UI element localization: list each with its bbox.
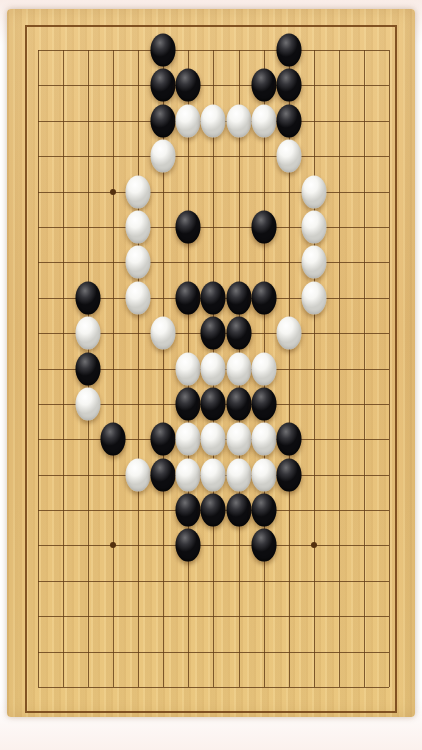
- white-stone[interactable]: [201, 458, 226, 491]
- white-stone[interactable]: [301, 281, 326, 314]
- black-stone[interactable]: [251, 210, 276, 243]
- white-stone[interactable]: [176, 458, 201, 491]
- white-stone[interactable]: [226, 352, 251, 385]
- black-stone[interactable]: [251, 529, 276, 562]
- white-stone[interactable]: [126, 458, 151, 491]
- white-stone[interactable]: [151, 317, 176, 350]
- black-stone[interactable]: [201, 317, 226, 350]
- black-stone[interactable]: [226, 494, 251, 527]
- white-stone[interactable]: [151, 140, 176, 173]
- black-stone[interactable]: [201, 494, 226, 527]
- black-stone[interactable]: [176, 69, 201, 102]
- grid-line-horizontal: [38, 581, 389, 582]
- grid-line-horizontal: [38, 616, 389, 617]
- go-board[interactable]: [7, 9, 415, 717]
- white-stone[interactable]: [251, 423, 276, 456]
- white-stone[interactable]: [226, 104, 251, 137]
- black-stone[interactable]: [226, 387, 251, 420]
- grid-line-horizontal: [38, 227, 389, 228]
- white-stone[interactable]: [226, 423, 251, 456]
- star-point: [110, 542, 116, 548]
- grid-line-horizontal: [38, 50, 389, 51]
- white-stone[interactable]: [76, 317, 101, 350]
- black-stone[interactable]: [151, 34, 176, 67]
- grid-line-horizontal: [38, 262, 389, 263]
- white-stone[interactable]: [126, 246, 151, 279]
- grid-line-horizontal: [38, 156, 389, 157]
- grid-line-horizontal: [38, 85, 389, 86]
- white-stone[interactable]: [301, 210, 326, 243]
- white-stone[interactable]: [226, 458, 251, 491]
- grid-line-vertical: [389, 50, 390, 687]
- black-stone[interactable]: [276, 104, 301, 137]
- white-stone[interactable]: [126, 281, 151, 314]
- white-stone[interactable]: [76, 387, 101, 420]
- black-stone[interactable]: [251, 387, 276, 420]
- black-stone[interactable]: [101, 423, 126, 456]
- grid-line-horizontal: [38, 687, 389, 688]
- white-stone[interactable]: [276, 317, 301, 350]
- white-stone[interactable]: [126, 210, 151, 243]
- white-stone[interactable]: [251, 352, 276, 385]
- black-stone[interactable]: [151, 423, 176, 456]
- black-stone[interactable]: [201, 387, 226, 420]
- black-stone[interactable]: [176, 494, 201, 527]
- black-stone[interactable]: [251, 494, 276, 527]
- white-stone[interactable]: [126, 175, 151, 208]
- white-stone[interactable]: [276, 140, 301, 173]
- white-stone[interactable]: [301, 175, 326, 208]
- black-stone[interactable]: [201, 281, 226, 314]
- white-stone[interactable]: [176, 352, 201, 385]
- black-stone[interactable]: [76, 281, 101, 314]
- page-background: { "game": "go", "board": { "columns": 15…: [0, 0, 422, 750]
- black-stone[interactable]: [226, 281, 251, 314]
- black-stone[interactable]: [151, 69, 176, 102]
- white-stone[interactable]: [176, 104, 201, 137]
- grid-line-horizontal: [38, 652, 389, 653]
- white-stone[interactable]: [201, 352, 226, 385]
- black-stone[interactable]: [276, 69, 301, 102]
- black-stone[interactable]: [176, 387, 201, 420]
- black-stone[interactable]: [151, 458, 176, 491]
- black-stone[interactable]: [276, 458, 301, 491]
- white-stone[interactable]: [251, 104, 276, 137]
- black-stone[interactable]: [176, 529, 201, 562]
- grid-line-horizontal: [38, 192, 389, 193]
- black-stone[interactable]: [176, 281, 201, 314]
- black-stone[interactable]: [76, 352, 101, 385]
- white-stone[interactable]: [301, 246, 326, 279]
- black-stone[interactable]: [226, 317, 251, 350]
- black-stone[interactable]: [176, 210, 201, 243]
- black-stone[interactable]: [251, 281, 276, 314]
- black-stone[interactable]: [276, 34, 301, 67]
- white-stone[interactable]: [176, 423, 201, 456]
- black-stone[interactable]: [276, 423, 301, 456]
- star-point: [110, 189, 116, 195]
- grid-line-horizontal: [38, 545, 389, 546]
- black-stone[interactable]: [251, 69, 276, 102]
- white-stone[interactable]: [201, 104, 226, 137]
- star-point: [311, 542, 317, 548]
- white-stone[interactable]: [251, 458, 276, 491]
- white-stone[interactable]: [201, 423, 226, 456]
- black-stone[interactable]: [151, 104, 176, 137]
